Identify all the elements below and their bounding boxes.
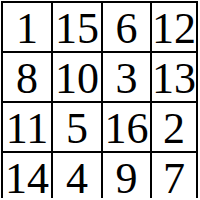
cell-r4c2: 4 [53, 153, 101, 200]
cell-r4c4: 7 [152, 153, 196, 200]
cell-r3c1: 11 [3, 103, 51, 151]
magic-square-board: 1 15 6 12 8 10 3 13 11 5 16 2 14 4 9 7 [1, 1, 198, 198]
cell-r1c4: 12 [152, 3, 196, 51]
cell-r2c4: 13 [152, 53, 196, 101]
cell-r2c3: 3 [103, 53, 150, 101]
cell-r4c1: 14 [3, 153, 51, 200]
cell-r2c1: 8 [3, 53, 51, 101]
cell-r4c3: 9 [103, 153, 150, 200]
cell-r3c2: 5 [53, 103, 101, 151]
magic-square-diagram: 1 15 6 12 8 10 3 13 11 5 16 2 14 4 9 7 [0, 0, 200, 200]
cell-r1c3: 6 [103, 3, 150, 51]
cell-r3c3: 16 [103, 103, 150, 151]
cell-r3c4: 2 [152, 103, 196, 151]
cell-r2c2: 10 [53, 53, 101, 101]
cell-r1c1: 1 [3, 3, 51, 51]
cell-r1c2: 15 [53, 3, 101, 51]
